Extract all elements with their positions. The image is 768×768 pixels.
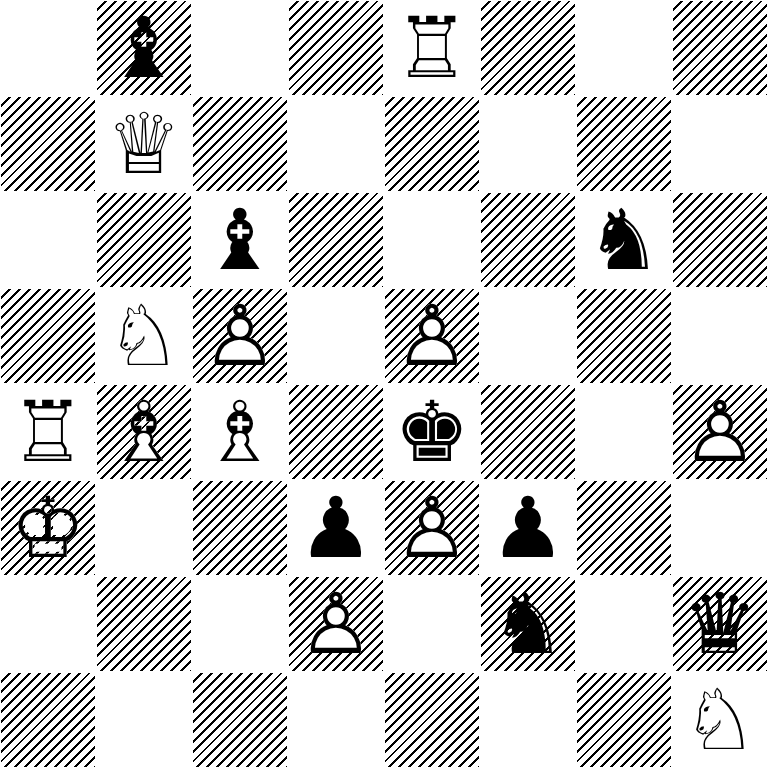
square-g7[interactable] [576, 96, 672, 192]
square-g2[interactable] [576, 576, 672, 672]
square-h1[interactable]: ♞♘ [672, 672, 768, 768]
square-g8[interactable] [576, 0, 672, 96]
piece-white-pawn[interactable]: ♟♙ [384, 480, 480, 576]
square-f2[interactable]: ♞ [480, 576, 576, 672]
square-d4[interactable] [288, 384, 384, 480]
square-f3[interactable]: ♟ [480, 480, 576, 576]
square-a8[interactable] [0, 0, 96, 96]
piece-white-pawn[interactable]: ♟♙ [672, 384, 768, 480]
square-b6[interactable] [96, 192, 192, 288]
square-g1[interactable] [576, 672, 672, 768]
piece-black-pawn[interactable]: ♟ [288, 480, 384, 576]
square-a4[interactable]: ♜♖ [0, 384, 96, 480]
piece-black-king[interactable]: ♚ [384, 384, 480, 480]
piece-white-rook[interactable]: ♜♖ [0, 384, 96, 480]
square-b7[interactable]: ♛♕ [96, 96, 192, 192]
square-h3[interactable] [672, 480, 768, 576]
piece-black-bishop[interactable]: ♝ [192, 192, 288, 288]
square-b3[interactable] [96, 480, 192, 576]
square-e3[interactable]: ♟♙ [384, 480, 480, 576]
piece-black-bishop[interactable]: ♝ [96, 0, 192, 96]
chess-board: ♝♜♖♛♕♝♞♞♘♟♙♟♙♜♖♝♗♝♗♚♟♙♚♔♟♟♙♟♟♙♞♛♞♘ [0, 0, 768, 768]
square-d8[interactable] [288, 0, 384, 96]
square-h4[interactable]: ♟♙ [672, 384, 768, 480]
white-rook-glyph-outline: ♖ [0, 384, 96, 480]
white-king-glyph-outline: ♔ [0, 480, 96, 576]
square-d7[interactable] [288, 96, 384, 192]
square-f6[interactable] [480, 192, 576, 288]
piece-white-knight[interactable]: ♞♘ [96, 288, 192, 384]
square-g6[interactable]: ♞ [576, 192, 672, 288]
square-e8[interactable]: ♜♖ [384, 0, 480, 96]
piece-white-pawn[interactable]: ♟♙ [288, 576, 384, 672]
white-knight-glyph-outline: ♘ [672, 672, 768, 768]
square-c6[interactable]: ♝ [192, 192, 288, 288]
square-e1[interactable] [384, 672, 480, 768]
square-d2[interactable]: ♟♙ [288, 576, 384, 672]
black-knight-glyph-fill: ♞ [480, 576, 576, 672]
square-e2[interactable] [384, 576, 480, 672]
black-bishop-glyph-fill: ♝ [96, 0, 192, 96]
piece-white-pawn[interactable]: ♟♙ [384, 288, 480, 384]
black-pawn-glyph-fill: ♟ [480, 480, 576, 576]
black-knight-glyph-fill: ♞ [576, 192, 672, 288]
square-g3[interactable] [576, 480, 672, 576]
black-bishop-glyph-fill: ♝ [192, 192, 288, 288]
black-pawn-glyph-fill: ♟ [288, 480, 384, 576]
square-h5[interactable] [672, 288, 768, 384]
square-b8[interactable]: ♝ [96, 0, 192, 96]
piece-white-rook[interactable]: ♜♖ [384, 0, 480, 96]
square-e6[interactable] [384, 192, 480, 288]
square-d1[interactable] [288, 672, 384, 768]
black-queen-glyph-fill: ♛ [672, 576, 768, 672]
square-c4[interactable]: ♝♗ [192, 384, 288, 480]
black-king-glyph-fill: ♚ [384, 384, 480, 480]
white-pawn-glyph-outline: ♙ [672, 384, 768, 480]
square-e4[interactable]: ♚ [384, 384, 480, 480]
square-a7[interactable] [0, 96, 96, 192]
square-d5[interactable] [288, 288, 384, 384]
square-d3[interactable]: ♟ [288, 480, 384, 576]
square-h2[interactable]: ♛ [672, 576, 768, 672]
piece-white-pawn[interactable]: ♟♙ [192, 288, 288, 384]
piece-white-queen[interactable]: ♛♕ [96, 96, 192, 192]
piece-white-knight[interactable]: ♞♘ [672, 672, 768, 768]
piece-white-bishop[interactable]: ♝♗ [96, 384, 192, 480]
white-bishop-glyph-outline: ♗ [96, 384, 192, 480]
square-c1[interactable] [192, 672, 288, 768]
square-a2[interactable] [0, 576, 96, 672]
square-d6[interactable] [288, 192, 384, 288]
square-c2[interactable] [192, 576, 288, 672]
square-f5[interactable] [480, 288, 576, 384]
square-e5[interactable]: ♟♙ [384, 288, 480, 384]
square-b4[interactable]: ♝♗ [96, 384, 192, 480]
piece-white-king[interactable]: ♚♔ [0, 480, 96, 576]
square-c3[interactable] [192, 480, 288, 576]
square-b1[interactable] [96, 672, 192, 768]
square-a1[interactable] [0, 672, 96, 768]
white-pawn-glyph-outline: ♙ [384, 288, 480, 384]
piece-white-bishop[interactable]: ♝♗ [192, 384, 288, 480]
square-c7[interactable] [192, 96, 288, 192]
white-pawn-glyph-outline: ♙ [288, 576, 384, 672]
square-c5[interactable]: ♟♙ [192, 288, 288, 384]
square-f4[interactable] [480, 384, 576, 480]
square-f7[interactable] [480, 96, 576, 192]
square-a3[interactable]: ♚♔ [0, 480, 96, 576]
square-b2[interactable] [96, 576, 192, 672]
white-pawn-glyph-outline: ♙ [192, 288, 288, 384]
square-b5[interactable]: ♞♘ [96, 288, 192, 384]
square-g5[interactable] [576, 288, 672, 384]
square-g4[interactable] [576, 384, 672, 480]
square-f8[interactable] [480, 0, 576, 96]
square-a6[interactable] [0, 192, 96, 288]
square-e7[interactable] [384, 96, 480, 192]
square-c8[interactable] [192, 0, 288, 96]
white-pawn-glyph-outline: ♙ [384, 480, 480, 576]
square-a5[interactable] [0, 288, 96, 384]
piece-black-knight[interactable]: ♞ [480, 576, 576, 672]
white-bishop-glyph-outline: ♗ [192, 384, 288, 480]
white-rook-glyph-outline: ♖ [384, 0, 480, 96]
square-f1[interactable] [480, 672, 576, 768]
piece-black-queen[interactable]: ♛ [672, 576, 768, 672]
board-wrapper: ♝♜♖♛♕♝♞♞♘♟♙♟♙♜♖♝♗♝♗♚♟♙♚♔♟♟♙♟♟♙♞♛♞♘ [0, 0, 768, 768]
white-queen-glyph-outline: ♕ [96, 96, 192, 192]
piece-black-pawn[interactable]: ♟ [480, 480, 576, 576]
piece-black-knight[interactable]: ♞ [576, 192, 672, 288]
square-h6[interactable] [672, 192, 768, 288]
square-h8[interactable] [672, 0, 768, 96]
white-knight-glyph-outline: ♘ [96, 288, 192, 384]
square-h7[interactable] [672, 96, 768, 192]
